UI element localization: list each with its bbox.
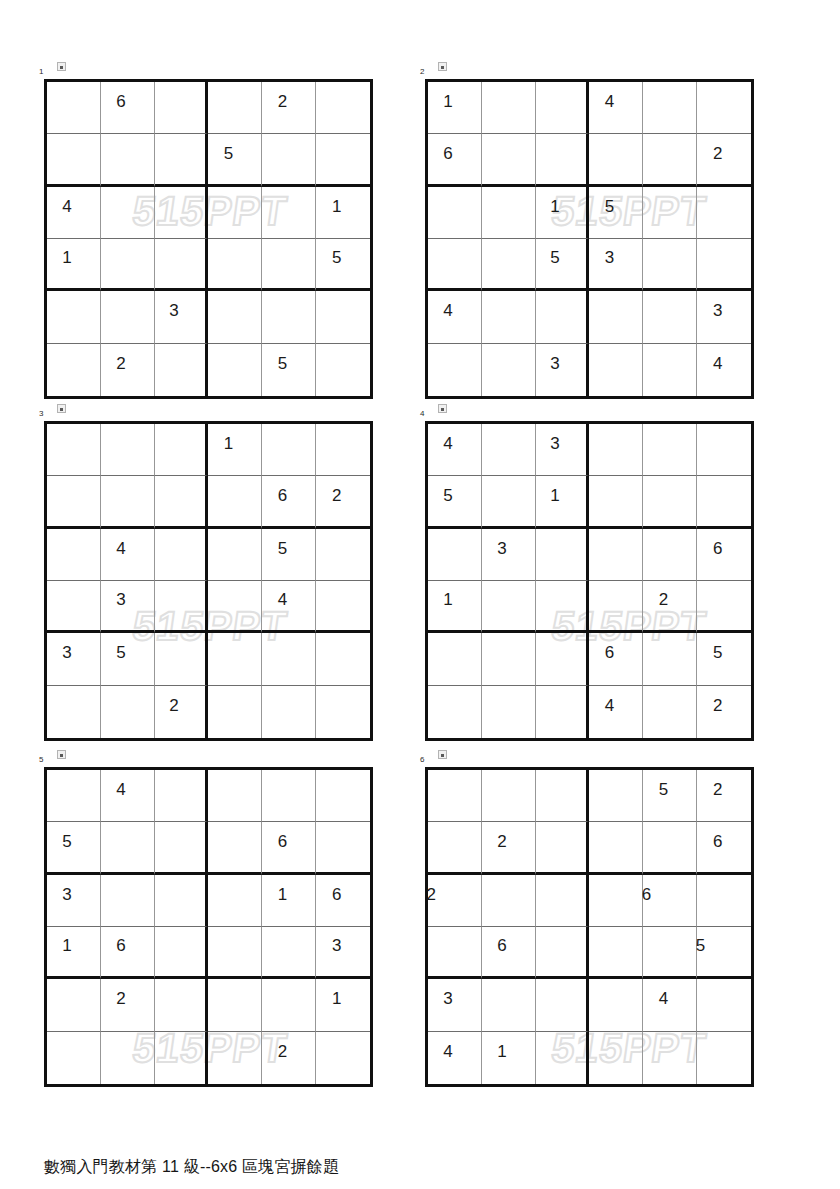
puzzle-number-label: 3 xyxy=(39,410,43,418)
given-digit: 6 xyxy=(642,885,651,902)
given-digit: 6 xyxy=(278,832,287,849)
p3-cell-r6c2 xyxy=(101,686,155,738)
p5-cell-r6c3 xyxy=(155,1032,209,1084)
p6-cell-r1c4 xyxy=(589,770,643,822)
given-digit: 6 xyxy=(116,937,125,954)
p4-cell-r3c5 xyxy=(643,529,697,581)
p1-cell-r1c5: 2 xyxy=(262,82,316,134)
given-digit: 1 xyxy=(62,249,71,266)
p3-cell-r4c3 xyxy=(155,581,209,633)
given-digit: 3 xyxy=(443,990,452,1007)
p5-cell-r3c4 xyxy=(208,875,262,927)
p3-cell-r1c1 xyxy=(47,424,101,476)
p3-cell-r6c1 xyxy=(47,686,101,738)
p1-cell-r2c1 xyxy=(47,134,101,186)
p4-cell-r5c4: 6 xyxy=(589,633,643,685)
p3-cell-r3c4 xyxy=(208,529,262,581)
p6-cell-r2c5 xyxy=(643,822,697,874)
p5-cell-r2c4 xyxy=(208,822,262,874)
p2-cell-r6c3: 3 xyxy=(536,344,590,396)
p3-cell-r5c6 xyxy=(316,633,370,685)
p6-cell-r2c4 xyxy=(589,822,643,874)
p3-cell-r4c1 xyxy=(47,581,101,633)
p3-cell-r3c1 xyxy=(47,529,101,581)
p3-cell-r1c4: 1 xyxy=(208,424,262,476)
p2-cell-r3c6 xyxy=(697,187,751,239)
p3-cell-r6c6 xyxy=(316,686,370,738)
embedded-object-icon xyxy=(438,750,447,759)
given-digit: 5 xyxy=(713,644,722,661)
p6-cell-r4c5 xyxy=(643,927,697,979)
given-digit: 4 xyxy=(605,697,614,714)
p3-cell-r4c2: 3 xyxy=(101,581,155,633)
p1-cell-r5c4 xyxy=(208,291,262,343)
p5-cell-r5c2: 2 xyxy=(101,979,155,1031)
p1-cell-r6c1 xyxy=(47,344,101,396)
p2-cell-r3c3: 1 xyxy=(536,187,590,239)
p6-cell-r3c3 xyxy=(536,875,590,927)
p1-cell-r3c4 xyxy=(208,187,262,239)
given-digit: 5 xyxy=(224,144,233,161)
p5-cell-r2c1: 5 xyxy=(47,822,101,874)
p6-cell-r3c1: 2 xyxy=(428,875,482,927)
p6-cell-r2c6: 6 xyxy=(697,822,751,874)
p6-cell-r2c3 xyxy=(536,822,590,874)
p3-cell-r2c5: 6 xyxy=(262,476,316,528)
p4-cell-r2c6 xyxy=(697,476,751,528)
given-digit: 4 xyxy=(116,539,125,556)
p6-cell-r2c1 xyxy=(428,822,482,874)
given-digit: 4 xyxy=(443,434,452,451)
given-digit: 2 xyxy=(426,885,435,902)
given-digit: 1 xyxy=(62,937,71,954)
p4-cell-r2c2 xyxy=(482,476,536,528)
given-digit: 3 xyxy=(116,591,125,608)
p4-cell-r1c6 xyxy=(697,424,751,476)
given-digit: 3 xyxy=(62,885,71,902)
puzzle-6: 6522626653441 xyxy=(425,749,754,1087)
p3-cell-r1c6 xyxy=(316,424,370,476)
p4-cell-r6c4: 4 xyxy=(589,686,643,738)
puzzle-1: 16254115325 xyxy=(44,61,373,399)
given-digit: 3 xyxy=(550,434,559,451)
given-digit: 4 xyxy=(605,92,614,109)
p6-cell-r5c5: 4 xyxy=(643,979,697,1031)
p2-cell-r3c5 xyxy=(643,187,697,239)
p1-cell-r2c2 xyxy=(101,134,155,186)
p4-cell-r1c2 xyxy=(482,424,536,476)
given-digit: 4 xyxy=(278,591,287,608)
p2-cell-r2c1: 6 xyxy=(428,134,482,186)
p3-cell-r2c1 xyxy=(47,476,101,528)
embedded-object-icon xyxy=(438,62,447,71)
p4-cell-r5c1 xyxy=(428,633,482,685)
p5-cell-r4c1: 1 xyxy=(47,927,101,979)
p6-cell-r3c5: 6 xyxy=(643,875,697,927)
p6-cell-r4c6: 5 xyxy=(697,927,751,979)
given-digit: 2 xyxy=(116,990,125,1007)
p2-cell-r4c3: 5 xyxy=(536,239,590,291)
p4-cell-r4c2 xyxy=(482,581,536,633)
p2-cell-r5c5 xyxy=(643,291,697,343)
given-digit: 2 xyxy=(332,486,341,503)
p5-cell-r3c1: 3 xyxy=(47,875,101,927)
p5-cell-r3c2 xyxy=(101,875,155,927)
p2-cell-r4c5 xyxy=(643,239,697,291)
p2-cell-r4c1 xyxy=(428,239,482,291)
given-digit: 5 xyxy=(278,539,287,556)
sudoku-grid-4: 435136126542 xyxy=(425,421,754,741)
p5-cell-r3c5: 1 xyxy=(262,875,316,927)
p5-cell-r6c5: 2 xyxy=(262,1032,316,1084)
p4-cell-r6c5 xyxy=(643,686,697,738)
p1-cell-r4c4 xyxy=(208,239,262,291)
p3-cell-r2c4 xyxy=(208,476,262,528)
p4-cell-r1c3: 3 xyxy=(536,424,590,476)
given-digit: 1 xyxy=(332,990,341,1007)
p6-cell-r3c2 xyxy=(482,875,536,927)
p3-cell-r2c2 xyxy=(101,476,155,528)
embedded-object-icon xyxy=(57,404,66,413)
p1-cell-r3c3 xyxy=(155,187,209,239)
p1-cell-r1c2: 6 xyxy=(101,82,155,134)
sudoku-grid-1: 6254115325 xyxy=(44,79,373,399)
p1-cell-r5c5 xyxy=(262,291,316,343)
given-digit: 4 xyxy=(62,197,71,214)
p6-cell-r1c1 xyxy=(428,770,482,822)
p1-cell-r2c5 xyxy=(262,134,316,186)
p3-cell-r6c5 xyxy=(262,686,316,738)
p4-cell-r3c4 xyxy=(589,529,643,581)
p4-cell-r5c5 xyxy=(643,633,697,685)
puzzle-3: 31624534352 xyxy=(44,403,373,741)
p5-cell-r1c5 xyxy=(262,770,316,822)
p5-cell-r2c5: 6 xyxy=(262,822,316,874)
given-digit: 4 xyxy=(443,302,452,319)
given-digit: 3 xyxy=(62,644,71,661)
puzzle-number-label: 1 xyxy=(39,68,43,76)
p6-cell-r6c2: 1 xyxy=(482,1032,536,1084)
p2-cell-r6c5 xyxy=(643,344,697,396)
p4-cell-r1c5 xyxy=(643,424,697,476)
given-digit: 1 xyxy=(497,1043,506,1060)
p4-cell-r3c2: 3 xyxy=(482,529,536,581)
given-digit: 3 xyxy=(332,937,341,954)
p4-cell-r4c5: 2 xyxy=(643,581,697,633)
p2-cell-r4c6 xyxy=(697,239,751,291)
given-digit: 5 xyxy=(278,355,287,372)
p4-cell-r2c3: 1 xyxy=(536,476,590,528)
p5-cell-r4c4 xyxy=(208,927,262,979)
p4-cell-r5c6: 5 xyxy=(697,633,751,685)
p1-cell-r6c2: 2 xyxy=(101,344,155,396)
p3-cell-r2c6: 2 xyxy=(316,476,370,528)
given-digit: 3 xyxy=(497,539,506,556)
p5-cell-r4c3 xyxy=(155,927,209,979)
given-digit: 4 xyxy=(713,355,722,372)
p3-cell-r5c5 xyxy=(262,633,316,685)
p6-cell-r4c4 xyxy=(589,927,643,979)
p1-cell-r2c4: 5 xyxy=(208,134,262,186)
p5-cell-r6c4 xyxy=(208,1032,262,1084)
given-digit: 1 xyxy=(443,591,452,608)
sudoku-grid-2: 146215534334 xyxy=(425,79,754,399)
p6-cell-r4c3 xyxy=(536,927,590,979)
given-digit: 1 xyxy=(224,434,233,451)
given-digit: 2 xyxy=(713,780,722,797)
p2-cell-r5c3 xyxy=(536,291,590,343)
p4-cell-r2c4 xyxy=(589,476,643,528)
given-digit: 3 xyxy=(713,302,722,319)
p2-cell-r2c2 xyxy=(482,134,536,186)
p2-cell-r5c1: 4 xyxy=(428,291,482,343)
p5-cell-r1c2: 4 xyxy=(101,770,155,822)
p2-cell-r3c4: 5 xyxy=(589,187,643,239)
given-digit: 3 xyxy=(169,302,178,319)
p5-cell-r2c3 xyxy=(155,822,209,874)
p2-cell-r2c5 xyxy=(643,134,697,186)
p4-cell-r4c4 xyxy=(589,581,643,633)
p3-cell-r3c2: 4 xyxy=(101,529,155,581)
p1-cell-r4c5 xyxy=(262,239,316,291)
p1-cell-r4c6: 5 xyxy=(316,239,370,291)
given-digit: 1 xyxy=(332,197,341,214)
given-digit: 4 xyxy=(443,1043,452,1060)
p1-cell-r6c4 xyxy=(208,344,262,396)
given-digit: 2 xyxy=(278,1043,287,1060)
p6-cell-r5c4 xyxy=(589,979,643,1031)
p1-cell-r5c2 xyxy=(101,291,155,343)
p6-cell-r6c5 xyxy=(643,1032,697,1084)
p5-cell-r3c6: 6 xyxy=(316,875,370,927)
given-digit: 5 xyxy=(332,249,341,266)
given-digit: 3 xyxy=(605,249,614,266)
p2-cell-r1c6 xyxy=(697,82,751,134)
p4-cell-r3c6: 6 xyxy=(697,529,751,581)
p5-cell-r2c6 xyxy=(316,822,370,874)
given-digit: 5 xyxy=(550,249,559,266)
p1-cell-r3c1: 4 xyxy=(47,187,101,239)
p3-cell-r1c5 xyxy=(262,424,316,476)
p5-cell-r4c5 xyxy=(262,927,316,979)
given-digit: 6 xyxy=(713,539,722,556)
p6-cell-r1c5: 5 xyxy=(643,770,697,822)
sudoku-grid-3: 1624534352 xyxy=(44,421,373,741)
p3-cell-r1c3 xyxy=(155,424,209,476)
given-digit: 1 xyxy=(443,92,452,109)
given-digit: 1 xyxy=(550,197,559,214)
p1-cell-r6c5: 5 xyxy=(262,344,316,396)
p1-cell-r4c3 xyxy=(155,239,209,291)
given-digit: 5 xyxy=(443,486,452,503)
p3-cell-r4c4 xyxy=(208,581,262,633)
p4-cell-r2c1: 5 xyxy=(428,476,482,528)
p6-cell-r5c2 xyxy=(482,979,536,1031)
p5-cell-r6c2 xyxy=(101,1032,155,1084)
p2-cell-r6c2 xyxy=(482,344,536,396)
p3-cell-r6c4 xyxy=(208,686,262,738)
p1-cell-r3c5 xyxy=(262,187,316,239)
p1-cell-r1c1 xyxy=(47,82,101,134)
sudoku-grid-5: 456316163212 xyxy=(44,767,373,1087)
given-digit: 2 xyxy=(169,697,178,714)
p4-cell-r6c3 xyxy=(536,686,590,738)
worksheet-page: 515PPT515PPT515PPT515PPT515PPT515PPT 162… xyxy=(0,0,840,1189)
p6-cell-r1c2 xyxy=(482,770,536,822)
given-digit: 5 xyxy=(659,780,668,797)
p3-cell-r5c1: 3 xyxy=(47,633,101,685)
p6-cell-r3c4 xyxy=(589,875,643,927)
given-digit: 6 xyxy=(443,144,452,161)
p5-cell-r6c1 xyxy=(47,1032,101,1084)
p1-cell-r5c6 xyxy=(316,291,370,343)
p3-cell-r2c3 xyxy=(155,476,209,528)
p3-cell-r5c3 xyxy=(155,633,209,685)
p6-cell-r6c4 xyxy=(589,1032,643,1084)
given-digit: 2 xyxy=(659,591,668,608)
p6-cell-r2c2: 2 xyxy=(482,822,536,874)
given-digit: 2 xyxy=(497,832,506,849)
p4-cell-r4c6 xyxy=(697,581,751,633)
puzzle-number-label: 5 xyxy=(39,756,43,764)
given-digit: 5 xyxy=(116,644,125,661)
p1-cell-r6c3 xyxy=(155,344,209,396)
p2-cell-r4c2 xyxy=(482,239,536,291)
p3-cell-r3c6 xyxy=(316,529,370,581)
p6-cell-r5c1: 3 xyxy=(428,979,482,1031)
p6-cell-r1c3 xyxy=(536,770,590,822)
p4-cell-r5c3 xyxy=(536,633,590,685)
puzzle-4: 4435136126542 xyxy=(425,403,754,741)
given-digit: 5 xyxy=(696,937,705,954)
p4-cell-r1c4 xyxy=(589,424,643,476)
embedded-object-icon xyxy=(57,62,66,71)
p4-cell-r6c6: 2 xyxy=(697,686,751,738)
p5-cell-r3c3 xyxy=(155,875,209,927)
p2-cell-r1c2 xyxy=(482,82,536,134)
p5-cell-r1c1 xyxy=(47,770,101,822)
puzzle-number-label: 4 xyxy=(420,410,424,418)
p5-cell-r1c4 xyxy=(208,770,262,822)
given-digit: 2 xyxy=(713,697,722,714)
p5-cell-r5c5 xyxy=(262,979,316,1031)
given-digit: 6 xyxy=(497,937,506,954)
p4-cell-r4c1: 1 xyxy=(428,581,482,633)
puzzle-number-label: 6 xyxy=(420,756,424,764)
puzzle-2: 2146215534334 xyxy=(425,61,754,399)
p6-cell-r5c6 xyxy=(697,979,751,1031)
p1-cell-r5c1 xyxy=(47,291,101,343)
p1-cell-r1c4 xyxy=(208,82,262,134)
p5-cell-r4c6: 3 xyxy=(316,927,370,979)
p5-cell-r5c1 xyxy=(47,979,101,1031)
p3-cell-r5c2: 5 xyxy=(101,633,155,685)
given-digit: 6 xyxy=(605,644,614,661)
p3-cell-r5c4 xyxy=(208,633,262,685)
p5-cell-r1c6 xyxy=(316,770,370,822)
given-digit: 3 xyxy=(550,355,559,372)
p5-cell-r4c2: 6 xyxy=(101,927,155,979)
p6-cell-r3c6 xyxy=(697,875,751,927)
p4-cell-r3c1 xyxy=(428,529,482,581)
p2-cell-r3c2 xyxy=(482,187,536,239)
p1-cell-r1c3 xyxy=(155,82,209,134)
p3-cell-r3c5: 5 xyxy=(262,529,316,581)
p5-cell-r5c4 xyxy=(208,979,262,1031)
p2-cell-r2c3 xyxy=(536,134,590,186)
p4-cell-r3c3 xyxy=(536,529,590,581)
p4-cell-r6c1 xyxy=(428,686,482,738)
p3-cell-r1c2 xyxy=(101,424,155,476)
page-caption: 數獨入門教材第 11 級--6x6 區塊宮摒餘題 xyxy=(44,1157,339,1178)
p2-cell-r6c1 xyxy=(428,344,482,396)
p2-cell-r6c6: 4 xyxy=(697,344,751,396)
given-digit: 6 xyxy=(116,92,125,109)
puzzle-5: 5456316163212 xyxy=(44,749,373,1087)
p3-cell-r6c3: 2 xyxy=(155,686,209,738)
p2-cell-r6c4 xyxy=(589,344,643,396)
p5-cell-r6c6 xyxy=(316,1032,370,1084)
p2-cell-r4c4: 3 xyxy=(589,239,643,291)
p5-cell-r5c3 xyxy=(155,979,209,1031)
p4-cell-r4c3 xyxy=(536,581,590,633)
p3-cell-r4c6 xyxy=(316,581,370,633)
p2-cell-r2c6: 2 xyxy=(697,134,751,186)
p2-cell-r3c1 xyxy=(428,187,482,239)
p2-cell-r5c6: 3 xyxy=(697,291,751,343)
given-digit: 2 xyxy=(116,355,125,372)
given-digit: 6 xyxy=(713,832,722,849)
p6-cell-r4c2: 6 xyxy=(482,927,536,979)
p4-cell-r2c5 xyxy=(643,476,697,528)
p6-cell-r6c6 xyxy=(697,1032,751,1084)
embedded-object-icon xyxy=(438,404,447,413)
p6-cell-r1c6: 2 xyxy=(697,770,751,822)
p6-cell-r6c3 xyxy=(536,1032,590,1084)
given-digit: 6 xyxy=(332,885,341,902)
p3-cell-r3c3 xyxy=(155,529,209,581)
p6-cell-r6c1: 4 xyxy=(428,1032,482,1084)
p1-cell-r4c2 xyxy=(101,239,155,291)
p1-cell-r3c2 xyxy=(101,187,155,239)
p2-cell-r2c4 xyxy=(589,134,643,186)
p2-cell-r1c4: 4 xyxy=(589,82,643,134)
given-digit: 5 xyxy=(62,832,71,849)
given-digit: 2 xyxy=(278,92,287,109)
given-digit: 4 xyxy=(659,990,668,1007)
given-digit: 2 xyxy=(713,144,722,161)
given-digit: 1 xyxy=(550,486,559,503)
p2-cell-r1c3 xyxy=(536,82,590,134)
given-digit: 1 xyxy=(278,885,287,902)
p6-cell-r5c3 xyxy=(536,979,590,1031)
p1-cell-r4c1: 1 xyxy=(47,239,101,291)
given-digit: 6 xyxy=(278,486,287,503)
p5-cell-r1c3 xyxy=(155,770,209,822)
p1-cell-r1c6 xyxy=(316,82,370,134)
given-digit: 4 xyxy=(116,780,125,797)
sudoku-grid-6: 522626653441 xyxy=(425,767,754,1087)
p4-cell-r1c1: 4 xyxy=(428,424,482,476)
p4-cell-r6c2 xyxy=(482,686,536,738)
p1-cell-r6c6 xyxy=(316,344,370,396)
p1-cell-r3c6: 1 xyxy=(316,187,370,239)
p2-cell-r5c2 xyxy=(482,291,536,343)
puzzle-number-label: 2 xyxy=(420,68,424,76)
given-digit: 5 xyxy=(605,197,614,214)
embedded-object-icon xyxy=(57,750,66,759)
p3-cell-r4c5: 4 xyxy=(262,581,316,633)
